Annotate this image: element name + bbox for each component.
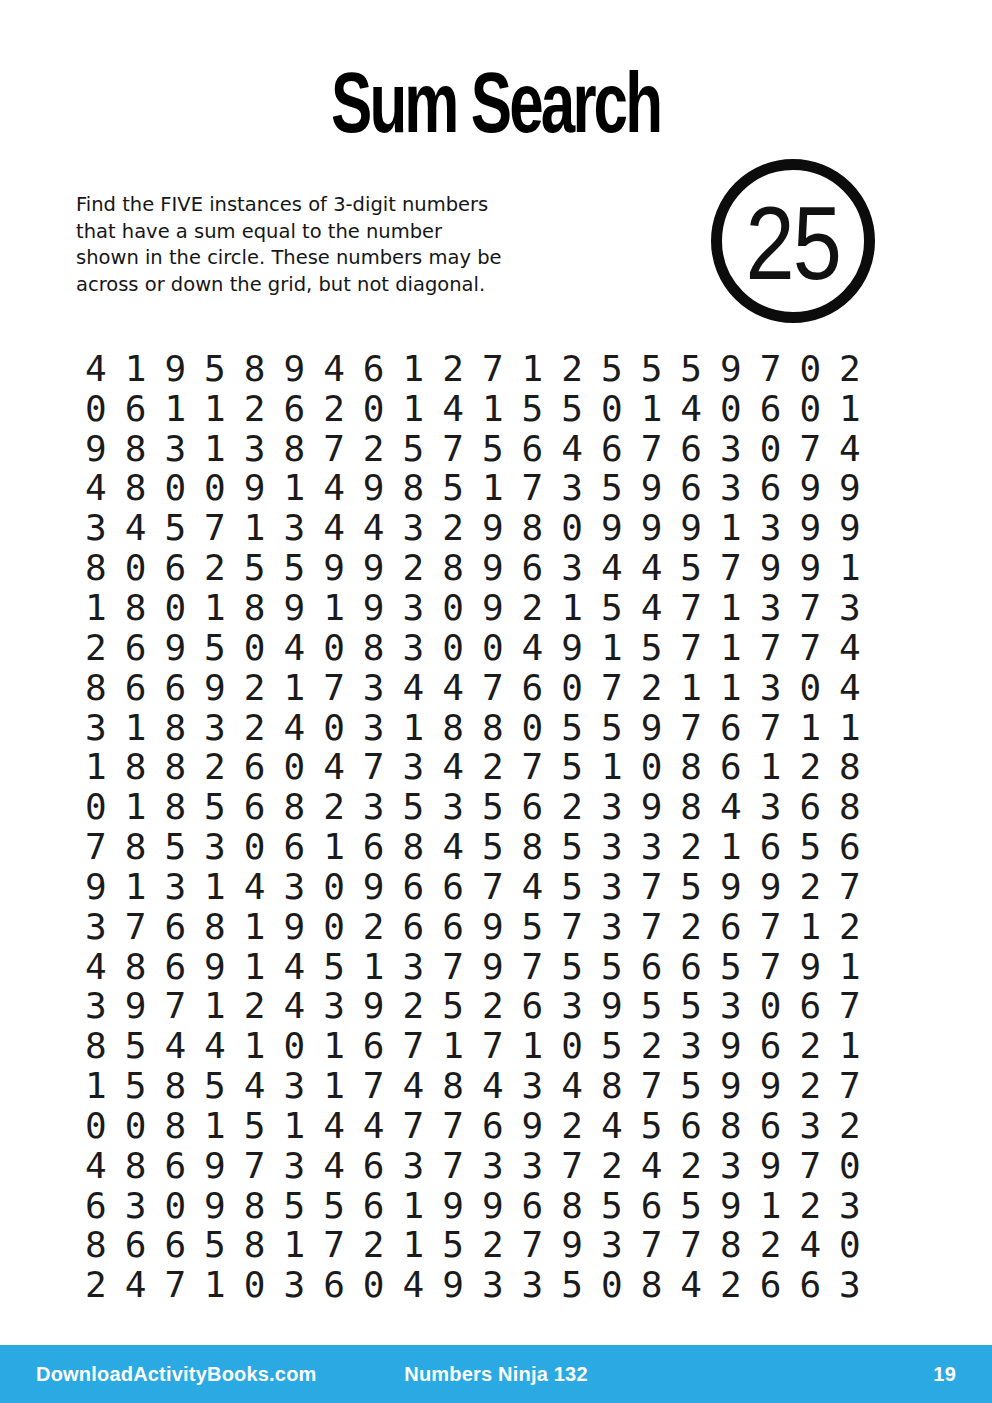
grid-cell-r18c11: 7 — [473, 1026, 513, 1066]
grid-cell-r8c4: 5 — [195, 628, 235, 668]
grid-cell-r13c4: 3 — [195, 827, 235, 867]
grid-cell-r21c18: 9 — [751, 1146, 791, 1186]
grid-cell-r2c16: 4 — [671, 389, 711, 429]
grid-cell-r16c2: 8 — [116, 947, 156, 987]
grid-cell-r8c12: 4 — [513, 628, 553, 668]
grid-cell-r23c1: 8 — [76, 1226, 116, 1266]
grid-cell-r16c17: 5 — [711, 947, 751, 987]
grid-cell-r24c16: 4 — [671, 1265, 711, 1305]
grid-cell-r22c13: 8 — [552, 1186, 592, 1226]
grid-cell-r6c9: 2 — [394, 548, 434, 588]
grid-cell-r20c16: 6 — [671, 1106, 711, 1146]
grid-cell-r10c12: 0 — [513, 708, 553, 748]
grid-cell-r2c20: 1 — [830, 389, 870, 429]
grid-cell-r15c3: 6 — [155, 907, 195, 947]
grid-cell-r9c7: 7 — [314, 668, 354, 708]
grid-cell-r9c20: 4 — [830, 668, 870, 708]
footer-page-number: 19 — [649, 1363, 956, 1386]
grid-cell-r2c18: 6 — [751, 389, 791, 429]
grid-cell-r5c3: 5 — [155, 508, 195, 548]
grid-cell-r1c12: 1 — [513, 349, 553, 389]
grid-cell-r4c19: 9 — [790, 469, 830, 509]
grid-cell-r7c5: 8 — [235, 588, 275, 628]
grid-cell-r12c19: 6 — [790, 787, 830, 827]
grid-cell-r1c6: 9 — [274, 349, 314, 389]
grid-cell-r1c17: 9 — [711, 349, 751, 389]
grid-cell-r24c15: 8 — [632, 1265, 672, 1305]
grid-cell-r15c1: 3 — [76, 907, 116, 947]
grid-cell-r8c9: 3 — [394, 628, 434, 668]
grid-cell-r6c3: 6 — [155, 548, 195, 588]
grid-cell-r22c4: 9 — [195, 1186, 235, 1226]
grid-cell-r10c6: 4 — [274, 708, 314, 748]
grid-cell-r6c20: 1 — [830, 548, 870, 588]
grid-cell-r14c7: 0 — [314, 867, 354, 907]
grid-cell-r21c12: 3 — [513, 1146, 553, 1186]
grid-cell-r19c7: 1 — [314, 1066, 354, 1106]
grid-cell-r4c7: 4 — [314, 469, 354, 509]
grid-cell-r4c14: 5 — [592, 469, 632, 509]
grid-cell-r3c19: 7 — [790, 429, 830, 469]
grid-cell-r24c13: 5 — [552, 1265, 592, 1305]
grid-cell-r14c17: 9 — [711, 867, 751, 907]
grid-cell-r7c13: 1 — [552, 588, 592, 628]
grid-cell-r22c12: 6 — [513, 1186, 553, 1226]
grid-cell-r24c9: 4 — [394, 1265, 434, 1305]
grid-cell-r4c6: 1 — [274, 469, 314, 509]
grid-cell-r8c15: 5 — [632, 628, 672, 668]
grid-cell-r23c17: 8 — [711, 1226, 751, 1266]
instructions-text: Find the FIVE instances of 3-digit numbe… — [76, 192, 546, 298]
grid-cell-r4c16: 6 — [671, 469, 711, 509]
grid-cell-r8c7: 0 — [314, 628, 354, 668]
grid-cell-r18c16: 3 — [671, 1026, 711, 1066]
grid-cell-r3c12: 6 — [513, 429, 553, 469]
grid-cell-r10c15: 9 — [632, 708, 672, 748]
grid-cell-r7c17: 1 — [711, 588, 751, 628]
grid-cell-r22c17: 9 — [711, 1186, 751, 1226]
grid-cell-r13c19: 5 — [790, 827, 830, 867]
grid-cell-r14c18: 9 — [751, 867, 791, 907]
grid-cell-r19c2: 5 — [116, 1066, 156, 1106]
grid-cell-r13c2: 8 — [116, 827, 156, 867]
grid-cell-r17c19: 6 — [790, 987, 830, 1027]
grid-cell-r22c19: 2 — [790, 1186, 830, 1226]
grid-cell-r5c15: 9 — [632, 508, 672, 548]
grid-cell-r10c9: 1 — [394, 708, 434, 748]
grid-cell-r20c3: 8 — [155, 1106, 195, 1146]
grid-cell-r22c16: 5 — [671, 1186, 711, 1226]
grid-cell-r24c10: 9 — [433, 1265, 473, 1305]
grid-cell-r19c9: 4 — [394, 1066, 434, 1106]
grid-cell-r3c16: 6 — [671, 429, 711, 469]
grid-cell-r24c8: 0 — [354, 1265, 394, 1305]
grid-cell-r9c14: 7 — [592, 668, 632, 708]
grid-cell-r17c17: 3 — [711, 987, 751, 1027]
grid-cell-r19c5: 4 — [235, 1066, 275, 1106]
grid-cell-r7c10: 0 — [433, 588, 473, 628]
grid-cell-r1c8: 6 — [354, 349, 394, 389]
grid-cell-r8c3: 9 — [155, 628, 195, 668]
grid-cell-r1c14: 5 — [592, 349, 632, 389]
grid-cell-r8c13: 9 — [552, 628, 592, 668]
grid-cell-r9c5: 2 — [235, 668, 275, 708]
grid-cell-r17c4: 1 — [195, 987, 235, 1027]
grid-cell-r13c18: 6 — [751, 827, 791, 867]
grid-cell-r6c14: 4 — [592, 548, 632, 588]
grid-cell-r2c15: 1 — [632, 389, 672, 429]
grid-cell-r12c9: 5 — [394, 787, 434, 827]
grid-cell-r15c12: 5 — [513, 907, 553, 947]
grid-cell-r16c11: 9 — [473, 947, 513, 987]
grid-cell-r1c5: 8 — [235, 349, 275, 389]
grid-cell-r15c6: 9 — [274, 907, 314, 947]
grid-cell-r17c11: 2 — [473, 987, 513, 1027]
grid-cell-r7c14: 5 — [592, 588, 632, 628]
grid-cell-r9c2: 6 — [116, 668, 156, 708]
grid-cell-r4c3: 0 — [155, 469, 195, 509]
grid-cell-r24c12: 3 — [513, 1265, 553, 1305]
grid-cell-r24c11: 3 — [473, 1265, 513, 1305]
grid-cell-r21c16: 2 — [671, 1146, 711, 1186]
grid-cell-r10c1: 3 — [76, 708, 116, 748]
grid-cell-r7c3: 0 — [155, 588, 195, 628]
grid-cell-r16c12: 7 — [513, 947, 553, 987]
grid-cell-r16c3: 6 — [155, 947, 195, 987]
grid-cell-r19c3: 8 — [155, 1066, 195, 1106]
grid-cell-r14c8: 9 — [354, 867, 394, 907]
grid-cell-r21c17: 3 — [711, 1146, 751, 1186]
grid-cell-r13c14: 3 — [592, 827, 632, 867]
grid-cell-r22c5: 8 — [235, 1186, 275, 1226]
grid-cell-r6c15: 4 — [632, 548, 672, 588]
grid-cell-r17c13: 3 — [552, 987, 592, 1027]
grid-cell-r1c10: 2 — [433, 349, 473, 389]
grid-cell-r13c10: 4 — [433, 827, 473, 867]
grid-cell-r23c10: 5 — [433, 1226, 473, 1266]
grid-cell-r5c5: 1 — [235, 508, 275, 548]
grid-cell-r4c12: 7 — [513, 469, 553, 509]
grid-cell-r8c16: 7 — [671, 628, 711, 668]
grid-cell-r6c16: 5 — [671, 548, 711, 588]
grid-cell-r8c14: 1 — [592, 628, 632, 668]
grid-cell-r11c1: 1 — [76, 747, 116, 787]
grid-cell-r21c10: 7 — [433, 1146, 473, 1186]
grid-cell-r14c19: 2 — [790, 867, 830, 907]
grid-cell-r12c7: 2 — [314, 787, 354, 827]
grid-cell-r10c13: 5 — [552, 708, 592, 748]
grid-cell-r18c8: 6 — [354, 1026, 394, 1066]
grid-cell-r8c19: 7 — [790, 628, 830, 668]
grid-cell-r19c10: 8 — [433, 1066, 473, 1106]
grid-cell-r16c10: 7 — [433, 947, 473, 987]
grid-cell-r20c13: 2 — [552, 1106, 592, 1146]
grid-cell-r8c6: 4 — [274, 628, 314, 668]
grid-cell-r12c14: 3 — [592, 787, 632, 827]
grid-cell-r9c8: 3 — [354, 668, 394, 708]
grid-cell-r5c16: 9 — [671, 508, 711, 548]
grid-cell-r13c17: 1 — [711, 827, 751, 867]
grid-cell-r3c2: 8 — [116, 429, 156, 469]
grid-cell-r16c4: 9 — [195, 947, 235, 987]
grid-cell-r20c19: 3 — [790, 1106, 830, 1146]
grid-cell-r4c17: 3 — [711, 469, 751, 509]
grid-cell-r11c10: 4 — [433, 747, 473, 787]
grid-cell-r4c8: 9 — [354, 469, 394, 509]
grid-cell-r6c7: 9 — [314, 548, 354, 588]
grid-cell-r11c7: 4 — [314, 747, 354, 787]
grid-cell-r21c3: 6 — [155, 1146, 195, 1186]
grid-cell-r7c4: 1 — [195, 588, 235, 628]
grid-cell-r15c5: 1 — [235, 907, 275, 947]
grid-cell-r19c6: 3 — [274, 1066, 314, 1106]
grid-cell-r9c9: 4 — [394, 668, 434, 708]
grid-cell-r14c16: 5 — [671, 867, 711, 907]
grid-cell-r18c5: 1 — [235, 1026, 275, 1066]
grid-cell-r4c1: 4 — [76, 469, 116, 509]
grid-cell-r4c18: 6 — [751, 469, 791, 509]
grid-cell-r23c12: 7 — [513, 1226, 553, 1266]
grid-cell-r21c7: 4 — [314, 1146, 354, 1186]
grid-cell-r4c11: 1 — [473, 469, 513, 509]
grid-cell-r5c1: 3 — [76, 508, 116, 548]
grid-cell-r18c3: 4 — [155, 1026, 195, 1066]
grid-cell-r1c11: 7 — [473, 349, 513, 389]
grid-cell-r5c13: 0 — [552, 508, 592, 548]
grid-cell-r23c19: 4 — [790, 1226, 830, 1266]
grid-cell-r17c6: 4 — [274, 987, 314, 1027]
grid-cell-r18c6: 0 — [274, 1026, 314, 1066]
grid-cell-r7c16: 7 — [671, 588, 711, 628]
grid-cell-r1c20: 2 — [830, 349, 870, 389]
grid-cell-r10c14: 5 — [592, 708, 632, 748]
grid-cell-r9c1: 8 — [76, 668, 116, 708]
grid-cell-r21c13: 7 — [552, 1146, 592, 1186]
grid-cell-r21c19: 7 — [790, 1146, 830, 1186]
grid-cell-r11c12: 7 — [513, 747, 553, 787]
grid-cell-r22c14: 5 — [592, 1186, 632, 1226]
grid-cell-r17c10: 5 — [433, 987, 473, 1027]
grid-cell-r23c11: 2 — [473, 1226, 513, 1266]
grid-cell-r9c15: 2 — [632, 668, 672, 708]
grid-cell-r20c8: 4 — [354, 1106, 394, 1146]
grid-cell-r12c4: 5 — [195, 787, 235, 827]
grid-cell-r12c20: 8 — [830, 787, 870, 827]
grid-cell-r12c5: 6 — [235, 787, 275, 827]
grid-cell-r13c9: 8 — [394, 827, 434, 867]
grid-cell-r18c2: 5 — [116, 1026, 156, 1066]
grid-cell-r23c5: 8 — [235, 1226, 275, 1266]
grid-cell-r20c4: 1 — [195, 1106, 235, 1146]
grid-cell-r7c15: 4 — [632, 588, 672, 628]
grid-cell-r5c6: 3 — [274, 508, 314, 548]
grid-cell-r8c11: 0 — [473, 628, 513, 668]
grid-cell-r22c9: 1 — [394, 1186, 434, 1226]
grid-cell-r6c12: 6 — [513, 548, 553, 588]
grid-cell-r5c4: 7 — [195, 508, 235, 548]
grid-cell-r17c12: 6 — [513, 987, 553, 1027]
grid-cell-r3c5: 3 — [235, 429, 275, 469]
footer-series-label: Numbers Ninja 132 — [343, 1363, 650, 1386]
grid-cell-r24c18: 6 — [751, 1265, 791, 1305]
grid-cell-r6c6: 5 — [274, 548, 314, 588]
grid-cell-r18c9: 7 — [394, 1026, 434, 1066]
grid-cell-r12c3: 8 — [155, 787, 195, 827]
grid-cell-r5c18: 3 — [751, 508, 791, 548]
grid-cell-r22c7: 5 — [314, 1186, 354, 1226]
grid-cell-r10c16: 7 — [671, 708, 711, 748]
grid-cell-r7c8: 9 — [354, 588, 394, 628]
grid-cell-r2c13: 5 — [552, 389, 592, 429]
grid-cell-r2c4: 1 — [195, 389, 235, 429]
grid-cell-r3c4: 1 — [195, 429, 235, 469]
grid-cell-r15c2: 7 — [116, 907, 156, 947]
grid-cell-r23c15: 7 — [632, 1226, 672, 1266]
grid-cell-r1c4: 5 — [195, 349, 235, 389]
grid-cell-r11c4: 2 — [195, 747, 235, 787]
grid-cell-r14c3: 3 — [155, 867, 195, 907]
grid-cell-r17c3: 7 — [155, 987, 195, 1027]
grid-cell-r8c1: 2 — [76, 628, 116, 668]
grid-cell-r16c18: 7 — [751, 947, 791, 987]
grid-cell-r19c14: 8 — [592, 1066, 632, 1106]
grid-cell-r21c4: 9 — [195, 1146, 235, 1186]
grid-cell-r14c9: 6 — [394, 867, 434, 907]
grid-cell-r3c13: 4 — [552, 429, 592, 469]
page-title: Sum Search — [0, 56, 992, 173]
grid-cell-r8c20: 4 — [830, 628, 870, 668]
grid-cell-r6c8: 9 — [354, 548, 394, 588]
grid-cell-r16c5: 1 — [235, 947, 275, 987]
grid-cell-r1c18: 7 — [751, 349, 791, 389]
grid-cell-r23c18: 2 — [751, 1226, 791, 1266]
grid-cell-r2c2: 6 — [116, 389, 156, 429]
grid-cell-r17c9: 2 — [394, 987, 434, 1027]
grid-cell-r2c6: 6 — [274, 389, 314, 429]
grid-cell-r15c18: 7 — [751, 907, 791, 947]
grid-cell-r5c7: 4 — [314, 508, 354, 548]
grid-cell-r11c16: 8 — [671, 747, 711, 787]
grid-cell-r19c19: 2 — [790, 1066, 830, 1106]
grid-cell-r2c1: 0 — [76, 389, 116, 429]
grid-cell-r2c5: 2 — [235, 389, 275, 429]
grid-cell-r17c20: 7 — [830, 987, 870, 1027]
grid-cell-r14c5: 4 — [235, 867, 275, 907]
grid-cell-r8c2: 6 — [116, 628, 156, 668]
grid-cell-r18c7: 1 — [314, 1026, 354, 1066]
grid-cell-r10c17: 6 — [711, 708, 751, 748]
grid-cell-r2c3: 1 — [155, 389, 195, 429]
grid-cell-r5c12: 8 — [513, 508, 553, 548]
grid-cell-r6c19: 9 — [790, 548, 830, 588]
grid-cell-r3c17: 3 — [711, 429, 751, 469]
grid-cell-r18c13: 0 — [552, 1026, 592, 1066]
grid-cell-r20c14: 4 — [592, 1106, 632, 1146]
grid-cell-r1c1: 4 — [76, 349, 116, 389]
grid-cell-r24c19: 6 — [790, 1265, 830, 1305]
grid-cell-r17c1: 3 — [76, 987, 116, 1027]
grid-cell-r9c10: 4 — [433, 668, 473, 708]
grid-cell-r7c2: 8 — [116, 588, 156, 628]
grid-cell-r1c9: 1 — [394, 349, 434, 389]
grid-cell-r11c6: 0 — [274, 747, 314, 787]
grid-cell-r1c16: 5 — [671, 349, 711, 389]
grid-cell-r20c9: 7 — [394, 1106, 434, 1146]
grid-cell-r19c20: 7 — [830, 1066, 870, 1106]
grid-cell-r14c20: 7 — [830, 867, 870, 907]
grid-cell-r7c1: 1 — [76, 588, 116, 628]
grid-cell-r17c2: 9 — [116, 987, 156, 1027]
grid-cell-r14c13: 5 — [552, 867, 592, 907]
grid-cell-r10c2: 1 — [116, 708, 156, 748]
grid-cell-r3c1: 9 — [76, 429, 116, 469]
number-grid: 4195894612712555970206112620141550140601… — [76, 349, 870, 1305]
grid-cell-r20c2: 0 — [116, 1106, 156, 1146]
grid-cell-r5c2: 4 — [116, 508, 156, 548]
grid-cell-r20c12: 9 — [513, 1106, 553, 1146]
grid-cell-r18c14: 5 — [592, 1026, 632, 1066]
grid-cell-r22c1: 6 — [76, 1186, 116, 1226]
grid-cell-r21c8: 6 — [354, 1146, 394, 1186]
grid-cell-r13c5: 0 — [235, 827, 275, 867]
grid-cell-r10c7: 0 — [314, 708, 354, 748]
grid-cell-r22c8: 6 — [354, 1186, 394, 1226]
grid-cell-r18c12: 1 — [513, 1026, 553, 1066]
grid-cell-r2c10: 4 — [433, 389, 473, 429]
grid-cell-r15c13: 7 — [552, 907, 592, 947]
grid-cell-r3c14: 6 — [592, 429, 632, 469]
grid-cell-r18c1: 8 — [76, 1026, 116, 1066]
grid-cell-r9c4: 9 — [195, 668, 235, 708]
grid-cell-r7c12: 2 — [513, 588, 553, 628]
grid-cell-r12c16: 8 — [671, 787, 711, 827]
grid-cell-r17c8: 9 — [354, 987, 394, 1027]
grid-cell-r9c18: 3 — [751, 668, 791, 708]
grid-cell-r16c19: 9 — [790, 947, 830, 987]
grid-cell-r23c13: 9 — [552, 1226, 592, 1266]
grid-cell-r17c15: 5 — [632, 987, 672, 1027]
grid-cell-r22c20: 3 — [830, 1186, 870, 1226]
grid-cell-r15c10: 6 — [433, 907, 473, 947]
grid-cell-r15c20: 2 — [830, 907, 870, 947]
grid-cell-r11c15: 0 — [632, 747, 672, 787]
grid-cell-r11c20: 8 — [830, 747, 870, 787]
grid-cell-r17c16: 5 — [671, 987, 711, 1027]
grid-cell-r21c14: 2 — [592, 1146, 632, 1186]
grid-cell-r19c8: 7 — [354, 1066, 394, 1106]
grid-cell-r2c12: 5 — [513, 389, 553, 429]
grid-cell-r9c17: 1 — [711, 668, 751, 708]
grid-cell-r15c7: 0 — [314, 907, 354, 947]
grid-cell-r16c6: 4 — [274, 947, 314, 987]
grid-cell-r10c10: 8 — [433, 708, 473, 748]
grid-cell-r21c6: 3 — [274, 1146, 314, 1186]
grid-cell-r1c19: 0 — [790, 349, 830, 389]
grid-cell-r12c1: 0 — [76, 787, 116, 827]
grid-cell-r9c6: 1 — [274, 668, 314, 708]
grid-cell-r21c15: 4 — [632, 1146, 672, 1186]
grid-cell-r16c20: 1 — [830, 947, 870, 987]
grid-cell-r2c8: 0 — [354, 389, 394, 429]
grid-cell-r9c13: 0 — [552, 668, 592, 708]
grid-cell-r11c17: 6 — [711, 747, 751, 787]
grid-cell-r6c5: 5 — [235, 548, 275, 588]
grid-cell-r3c6: 8 — [274, 429, 314, 469]
grid-cell-r23c6: 1 — [274, 1226, 314, 1266]
grid-cell-r9c16: 1 — [671, 668, 711, 708]
grid-cell-r4c13: 3 — [552, 469, 592, 509]
grid-cell-r24c2: 4 — [116, 1265, 156, 1305]
